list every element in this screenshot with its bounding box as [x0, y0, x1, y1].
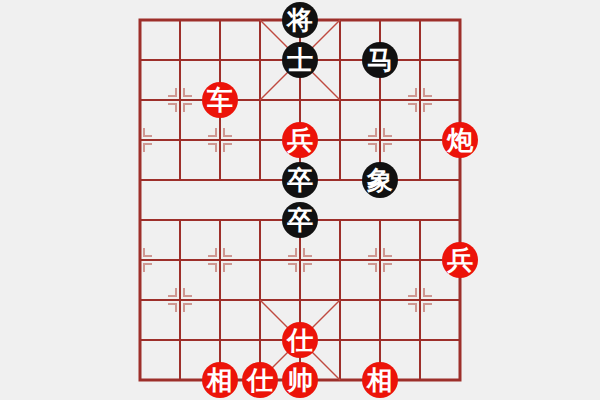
- piece-red-advisor-back[interactable]: 仕: [242, 362, 278, 398]
- piece-black-advisor[interactable]: 士: [282, 42, 318, 78]
- xiangqi-app: 将士马车兵炮卒象卒兵仕相仕帅相: [0, 0, 600, 400]
- piece-red-elephant-left[interactable]: 相: [202, 362, 238, 398]
- piece-red-pawn-edge[interactable]: 兵: [442, 242, 478, 278]
- piece-black-pawn-upper[interactable]: 卒: [282, 162, 318, 198]
- piece-black-elephant[interactable]: 象: [362, 162, 398, 198]
- piece-red-pawn-center[interactable]: 兵: [282, 122, 318, 158]
- piece-red-elephant-right[interactable]: 相: [362, 362, 398, 398]
- pieces-grid: 将士马车兵炮卒象卒兵仕相仕帅相: [120, 0, 480, 400]
- piece-red-chariot[interactable]: 车: [202, 82, 238, 118]
- piece-red-cannon[interactable]: 炮: [442, 122, 478, 158]
- piece-red-advisor-raised[interactable]: 仕: [282, 322, 318, 358]
- piece-black-pawn-lower[interactable]: 卒: [282, 202, 318, 238]
- piece-black-general[interactable]: 将: [282, 2, 318, 38]
- piece-red-general[interactable]: 帅: [282, 362, 318, 398]
- piece-black-horse[interactable]: 马: [362, 42, 398, 78]
